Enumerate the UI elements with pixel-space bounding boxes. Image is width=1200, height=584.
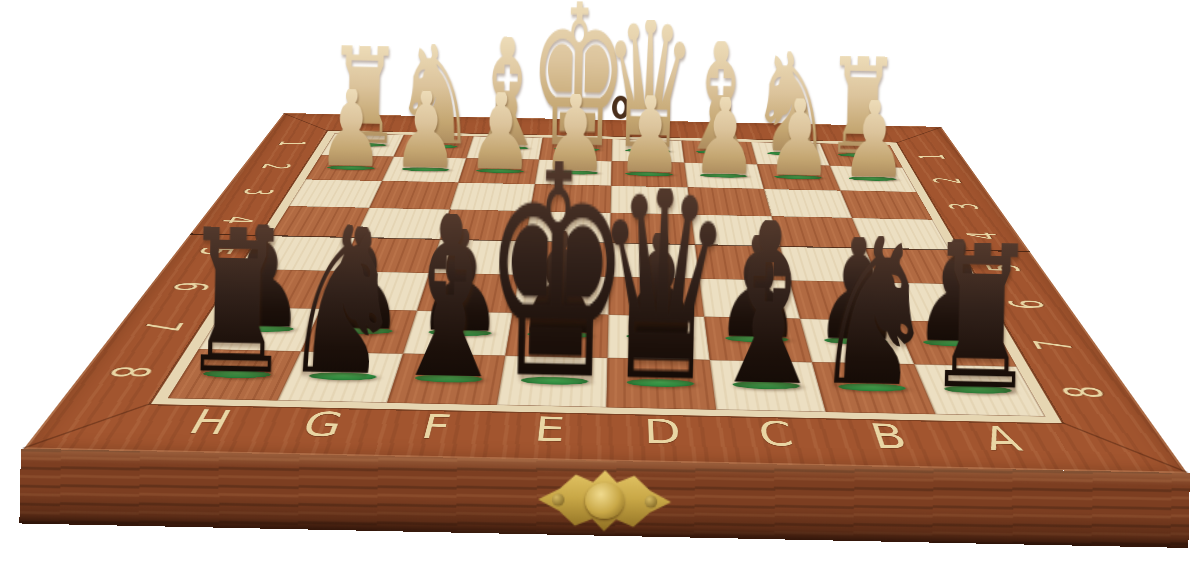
file-label-F: F [417, 408, 454, 447]
chess-board: ♜♞♝♚♛♝♞♜♟♟♟♟♟♟♟♟♟♟♟♟♟♟♟♟♜♞♝♚♛♝♞♜ 1234567… [24, 113, 1187, 473]
rank-label-right-8: 8 [1052, 385, 1117, 398]
piece-white-pawn[interactable]: ♟ [392, 90, 460, 172]
file-label-G: G [296, 406, 348, 445]
rank-label-left-8: 8 [97, 365, 163, 378]
file-label-E: E [532, 410, 566, 449]
chess-set-photo: ♜♞♝♚♛♝♞♜♟♟♟♟♟♟♟♟♟♟♟♟♟♟♟♟♜♞♝♚♛♝♞♜ 1234567… [0, 0, 1200, 584]
rank-label-right-2: 2 [925, 177, 969, 184]
piece-black-rook[interactable]: ♜ [923, 241, 1038, 393]
piece-black-bishop[interactable]: ♝ [704, 219, 833, 390]
square-b8[interactable]: ♞ [812, 362, 935, 414]
file-label-B: B [866, 417, 913, 457]
square-h2[interactable]: ♟ [306, 155, 394, 181]
square-c8[interactable]: ♝ [710, 360, 826, 412]
rank-label-left-1: 1 [271, 140, 313, 146]
file-label-H: H [181, 403, 238, 442]
frame-miter [1044, 415, 1188, 473]
piece-white-pawn[interactable]: ♟ [765, 98, 833, 180]
file-label-D: D [644, 413, 683, 452]
square-a2[interactable]: ♟ [830, 166, 917, 192]
piece-black-rook[interactable]: ♜ [179, 226, 294, 378]
brass-clasp-icon [537, 469, 671, 533]
square-a8[interactable]: ♜ [914, 364, 1045, 416]
file-label-C: C [756, 415, 797, 454]
rank-label-left-2: 2 [253, 163, 297, 170]
rank-label-right-1: 1 [911, 154, 953, 160]
square-d8[interactable]: ♛ [607, 358, 717, 410]
piece-white-pawn[interactable]: ♟ [317, 88, 385, 170]
piece-white-pawn[interactable]: ♟ [840, 99, 908, 181]
square-g8[interactable]: ♞ [278, 351, 404, 402]
file-label-A: A [977, 419, 1029, 459]
